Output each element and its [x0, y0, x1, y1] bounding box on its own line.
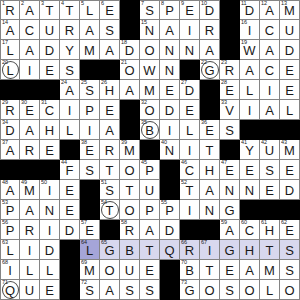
cell-r8c1[interactable]: 37A: [0, 140, 20, 160]
cell-letter: E: [220, 84, 239, 97]
crossword-board: 1R2A3T4T5L6E7S8P9E10D11D12A13M14ACURAS15…: [0, 0, 300, 300]
cell-r1c6[interactable]: 6E: [100, 0, 120, 20]
cell-letter: G: [100, 244, 119, 257]
cell-r9c5[interactable]: S: [80, 160, 100, 180]
cell-letter: V: [220, 104, 239, 117]
cell-letter: A: [200, 184, 219, 197]
cell-r4c2[interactable]: I: [20, 60, 40, 80]
cell-letter: A: [80, 24, 99, 37]
block-r5c1: [0, 80, 20, 100]
cell-letter: A: [240, 264, 259, 277]
cell-r15c13[interactable]: O: [240, 280, 260, 300]
cell-r3c10[interactable]: N: [180, 40, 200, 60]
block-r9c9: [160, 160, 180, 180]
cell-r15c11[interactable]: O: [200, 280, 220, 300]
cell-letter: E: [200, 124, 219, 137]
cell-r5c13[interactable]: L: [240, 80, 260, 100]
cell-r1c11[interactable]: 10D: [200, 0, 220, 20]
cell-r11c12[interactable]: G: [220, 200, 240, 220]
cell-r5c8[interactable]: M: [140, 80, 160, 100]
cell-r13c6[interactable]: 65G: [100, 240, 120, 260]
cell-letter: E: [80, 144, 99, 157]
cell-r3c8[interactable]: O: [140, 40, 160, 60]
cell-r5c15[interactable]: E: [280, 80, 300, 100]
cell-r3c6[interactable]: A: [100, 40, 120, 60]
cell-letter: E: [20, 104, 39, 117]
cell-r12c12[interactable]: 59A: [220, 220, 240, 240]
block-r2c7: [120, 20, 140, 40]
cell-r14c1[interactable]: 68I: [0, 260, 20, 280]
cell-letter: D: [160, 224, 179, 237]
cell-r2c5[interactable]: A: [80, 20, 100, 40]
cell-letter: A: [240, 64, 259, 77]
cell-letter: A: [260, 104, 279, 117]
cell-r11c2[interactable]: A: [20, 200, 40, 220]
cell-r13c7[interactable]: B: [120, 240, 140, 260]
cell-r2c10[interactable]: I: [180, 20, 200, 40]
cell-r9c13[interactable]: E: [240, 160, 260, 180]
cell-r8c2[interactable]: R: [20, 140, 40, 160]
cell-letter: E: [240, 164, 259, 177]
cell-letter: S: [220, 124, 239, 137]
cell-r13c10[interactable]: 66R: [180, 240, 200, 260]
cell-r10c7[interactable]: T: [120, 180, 140, 200]
cell-r13c9[interactable]: Q: [160, 240, 180, 260]
cell-r6c5[interactable]: P: [80, 100, 100, 120]
cell-r15c14[interactable]: L: [260, 280, 280, 300]
cell-letter: F: [60, 164, 79, 177]
cell-r15c6[interactable]: A: [100, 280, 120, 300]
cell-r1c2[interactable]: 2A: [20, 0, 40, 20]
block-r6c11: [200, 100, 220, 120]
cell-r13c3[interactable]: D: [40, 240, 60, 260]
cell-letter: M: [20, 184, 39, 197]
cell-letter: A: [140, 224, 159, 237]
cell-r2c6[interactable]: S: [100, 20, 120, 40]
cell-r3c13[interactable]: 19W: [240, 40, 260, 60]
cell-letter: T: [120, 184, 139, 197]
cell-r7c12[interactable]: S: [220, 120, 240, 140]
cell-letter: E: [40, 284, 59, 297]
cell-r10c12[interactable]: N: [220, 180, 240, 200]
cell-r3c15[interactable]: D: [280, 40, 300, 60]
cell-letter: S: [260, 164, 279, 177]
cell-letter: M: [80, 264, 99, 277]
cell-r10c13[interactable]: N: [240, 180, 260, 200]
cell-letter: R: [20, 144, 39, 157]
cell-letter: U: [280, 24, 299, 37]
cell-r12c2[interactable]: R: [20, 220, 40, 240]
cell-r7c2[interactable]: A: [20, 120, 40, 140]
cell-r12c14[interactable]: 61H: [260, 220, 280, 240]
cell-r1c4[interactable]: 4T: [60, 0, 80, 20]
cell-r11c3[interactable]: N: [40, 200, 60, 220]
cell-r15c2[interactable]: U: [20, 280, 40, 300]
cell-letter: A: [1, 24, 19, 37]
cell-r15c3[interactable]: E: [40, 280, 60, 300]
cell-letter: D: [200, 4, 219, 17]
cell-r7c3[interactable]: H: [40, 120, 60, 140]
cell-r5c9[interactable]: E: [160, 80, 180, 100]
cell-r15c7[interactable]: S: [120, 280, 140, 300]
cell-r14c13[interactable]: A: [240, 260, 260, 280]
cell-letter: S: [280, 244, 299, 257]
cell-r10c14[interactable]: E: [260, 180, 280, 200]
cell-letter: M: [80, 44, 99, 57]
cell-r4c3[interactable]: E: [40, 60, 60, 80]
cell-r10c8[interactable]: U: [140, 180, 160, 200]
cell-r3c14[interactable]: A: [260, 40, 280, 60]
cell-r2c8[interactable]: 15N: [140, 20, 160, 40]
cell-r10c6[interactable]: 51S: [100, 180, 120, 200]
cell-letter: B: [140, 124, 159, 137]
cell-r11c8[interactable]: P: [140, 200, 160, 220]
cell-letter: Q: [1, 284, 19, 297]
cell-r8c9[interactable]: 40N: [160, 140, 180, 160]
cell-letter: W: [240, 44, 259, 57]
cell-r6c4[interactable]: I: [60, 100, 80, 120]
cell-r12c9[interactable]: D: [160, 220, 180, 240]
cell-r15c10[interactable]: 73G: [180, 280, 200, 300]
cell-r13c1[interactable]: 63L: [0, 240, 20, 260]
cell-r6c2[interactable]: 30E: [20, 100, 40, 120]
cell-letter: T: [60, 4, 79, 17]
cell-letter: O: [120, 164, 139, 177]
cell-r10c1[interactable]: 48A: [0, 180, 20, 200]
cell-letter: M: [280, 144, 299, 157]
cell-r2c9[interactable]: A: [160, 20, 180, 40]
cell-letter: A: [100, 124, 119, 137]
cell-letter: T: [180, 184, 199, 197]
cell-letter: P: [1, 204, 19, 217]
cell-r3c4[interactable]: Y: [60, 40, 80, 60]
cell-r10c4[interactable]: E: [60, 180, 80, 200]
cell-r12c5[interactable]: 57E: [80, 220, 100, 240]
cell-r4c7[interactable]: 21O: [120, 60, 140, 80]
cell-r4c9[interactable]: N: [160, 60, 180, 80]
cell-letter: L: [240, 84, 259, 97]
cell-r8c3[interactable]: E: [40, 140, 60, 160]
cell-r13c5[interactable]: 64L: [80, 240, 100, 260]
cell-r1c3[interactable]: 3T: [40, 0, 60, 20]
cell-letter: A: [100, 284, 119, 297]
cell-r8c14[interactable]: 42U: [260, 140, 280, 160]
block-r14c9: [160, 260, 180, 280]
cell-r1c9[interactable]: 8P: [160, 0, 180, 20]
cell-r14c10[interactable]: 70B: [180, 260, 200, 280]
cell-r1c10[interactable]: 9E: [180, 0, 200, 20]
cell-r9c6[interactable]: T: [100, 160, 120, 180]
cell-r4c11[interactable]: 22G: [200, 60, 220, 80]
cell-letter: I: [240, 24, 259, 37]
cell-r12c7[interactable]: 58R: [120, 220, 140, 240]
cell-r2c15[interactable]: U: [280, 20, 300, 40]
cell-r5c12[interactable]: 28E: [220, 80, 240, 100]
cell-letter: N: [160, 144, 179, 157]
cell-r11c10[interactable]: I: [180, 200, 200, 220]
cell-r8c6[interactable]: R: [100, 140, 120, 160]
cell-r11c11[interactable]: N: [200, 200, 220, 220]
cell-letter: L: [280, 104, 299, 117]
cell-r4c14[interactable]: C: [260, 60, 280, 80]
cell-r6c14[interactable]: A: [260, 100, 280, 120]
cell-letter: D: [180, 84, 199, 97]
cell-letter: D: [280, 184, 299, 197]
cell-r4c12[interactable]: 23R: [220, 60, 240, 80]
cell-r14c8[interactable]: E: [140, 260, 160, 280]
cell-r15c12[interactable]: S: [220, 280, 240, 300]
cell-r1c8[interactable]: 7S: [140, 0, 160, 20]
cell-r4c15[interactable]: E: [280, 60, 300, 80]
block-r7c14: [260, 120, 280, 140]
cell-r8c10[interactable]: I: [180, 140, 200, 160]
cell-letter: N: [220, 184, 239, 197]
cell-r14c11[interactable]: T: [200, 260, 220, 280]
cell-letter: S: [280, 264, 299, 277]
cell-r8c13[interactable]: 41Y: [240, 140, 260, 160]
cell-r12c15[interactable]: 62E: [280, 220, 300, 240]
cell-r2c1[interactable]: 14A: [0, 20, 20, 40]
cell-r9c15[interactable]: E: [280, 160, 300, 180]
cell-r6c12[interactable]: 33V: [220, 100, 240, 120]
cell-letter: I: [180, 24, 199, 37]
cell-letter: R: [100, 144, 119, 157]
cell-r2c14[interactable]: C: [260, 20, 280, 40]
cell-letter: Y: [240, 144, 259, 157]
cell-letter: M: [280, 4, 299, 17]
cell-letter: R: [200, 24, 219, 37]
cell-r14c14[interactable]: M: [260, 260, 280, 280]
cell-r2c13[interactable]: 16I: [240, 20, 260, 40]
cell-r2c11[interactable]: R: [200, 20, 220, 40]
cell-letter: R: [20, 224, 39, 237]
cell-r8c5[interactable]: 38E: [80, 140, 100, 160]
cell-letter: H: [260, 224, 279, 237]
cell-letter: U: [20, 284, 39, 297]
cell-r12c8[interactable]: A: [140, 220, 160, 240]
cell-r3c5[interactable]: M: [80, 40, 100, 60]
cell-r4c13[interactable]: A: [240, 60, 260, 80]
cell-r9c11[interactable]: H: [200, 160, 220, 180]
cell-r7c4[interactable]: L: [60, 120, 80, 140]
cell-r6c9[interactable]: D: [160, 100, 180, 120]
cell-r15c1[interactable]: 71Q: [0, 280, 20, 300]
cell-r1c14[interactable]: 12A: [260, 0, 280, 20]
cell-r1c13[interactable]: 11D: [240, 0, 260, 20]
cell-r9c10[interactable]: 46C: [180, 160, 200, 180]
cell-r8c11[interactable]: T: [200, 140, 220, 160]
cell-letter: A: [1, 144, 19, 157]
cell-r7c1[interactable]: 34D: [0, 120, 20, 140]
cell-r14c15[interactable]: S: [280, 260, 300, 280]
cell-r12c3[interactable]: I: [40, 220, 60, 240]
block-r15c4: [60, 280, 80, 300]
cell-letter: S: [220, 284, 239, 297]
cell-r2c4[interactable]: R: [60, 20, 80, 40]
cell-letter: I: [180, 144, 199, 157]
block-r15c9: [160, 280, 180, 300]
cell-r9c4[interactable]: 44F: [60, 160, 80, 180]
cell-r15c8[interactable]: S: [140, 280, 160, 300]
cell-r3c9[interactable]: N: [160, 40, 180, 60]
cell-letter: O: [140, 104, 159, 117]
cell-letter: E: [80, 224, 99, 237]
cell-r1c1[interactable]: 1R: [0, 0, 20, 20]
cell-letter: P: [1, 224, 19, 237]
cell-letter: O: [120, 64, 139, 77]
cell-r7c11[interactable]: 36E: [200, 120, 220, 140]
cell-r14c3[interactable]: L: [40, 260, 60, 280]
cell-r4c1[interactable]: 20L: [0, 60, 20, 80]
cell-r9c12[interactable]: 47E: [220, 160, 240, 180]
cell-letter: A: [160, 24, 179, 37]
cell-r12c13[interactable]: 60C: [240, 220, 260, 240]
cell-r15c5[interactable]: 72S: [80, 280, 100, 300]
cell-r11c1[interactable]: 53P: [0, 200, 20, 220]
cell-r7c8[interactable]: 35B: [140, 120, 160, 140]
cell-r3c1[interactable]: 17L: [0, 40, 20, 60]
cell-r2c2[interactable]: C: [20, 20, 40, 40]
cell-r13c13[interactable]: H: [240, 240, 260, 260]
cell-letter: E: [140, 264, 159, 277]
cell-letter: D: [240, 4, 259, 17]
cell-r5c10[interactable]: 27D: [180, 80, 200, 100]
cell-letter: E: [280, 164, 299, 177]
cell-r12c1[interactable]: 56P: [0, 220, 20, 240]
cell-letter: P: [140, 164, 159, 177]
cell-r8c15[interactable]: 43M: [280, 140, 300, 160]
cell-r5c7[interactable]: A: [120, 80, 140, 100]
cell-r10c2[interactable]: 49M: [20, 180, 40, 200]
cell-letter: W: [140, 64, 159, 77]
cell-letter: O: [140, 44, 159, 57]
block-r4c10: [180, 60, 200, 80]
cell-r6c6[interactable]: E: [100, 100, 120, 120]
cell-letter: S: [80, 84, 99, 97]
cell-letter: S: [100, 24, 119, 37]
cell-r1c5[interactable]: 5L: [80, 0, 100, 20]
cell-r15c15[interactable]: O: [280, 280, 300, 300]
cell-r14c5[interactable]: 69M: [80, 260, 100, 280]
cell-letter: U: [140, 184, 159, 197]
cell-r10c10[interactable]: 52T: [180, 180, 200, 200]
cell-r6c3[interactable]: 31C: [40, 100, 60, 120]
cell-letter: G: [180, 284, 199, 297]
cell-r5c14[interactable]: I: [260, 80, 280, 100]
cell-letter: L: [80, 244, 99, 257]
cell-r7c10[interactable]: L: [180, 120, 200, 140]
cell-letter: R: [220, 64, 239, 77]
block-r2c12: [220, 20, 240, 40]
cell-r5c4[interactable]: 24A: [60, 80, 80, 100]
cell-r7c9[interactable]: I: [160, 120, 180, 140]
cell-r12c4[interactable]: D: [60, 220, 80, 240]
cell-r8c7[interactable]: 39M: [120, 140, 140, 160]
cell-letter: E: [60, 204, 79, 217]
cell-letter: I: [260, 84, 279, 97]
cell-r13c14[interactable]: T: [260, 240, 280, 260]
cell-letter: O: [200, 284, 219, 297]
cell-letter: R: [1, 4, 19, 17]
cell-r13c2[interactable]: I: [20, 240, 40, 260]
cell-letter: S: [60, 64, 79, 77]
cell-r6c1[interactable]: 29R: [0, 100, 20, 120]
cell-r3c2[interactable]: A: [20, 40, 40, 60]
cell-r2c3[interactable]: U: [40, 20, 60, 40]
cell-r3c3[interactable]: D: [40, 40, 60, 60]
block-r11c14: [260, 200, 280, 220]
cell-r9c8[interactable]: 45P: [140, 160, 160, 180]
cell-r5c6[interactable]: 26H: [100, 80, 120, 100]
cell-r3c11[interactable]: A: [200, 40, 220, 60]
cell-r11c9[interactable]: 55P: [160, 200, 180, 220]
cell-r6c15[interactable]: L: [280, 100, 300, 120]
cell-letter: D: [160, 104, 179, 117]
cell-r7c6[interactable]: A: [100, 120, 120, 140]
cell-letter: L: [180, 124, 199, 137]
cell-letter: I: [160, 124, 179, 137]
cell-letter: A: [120, 84, 139, 97]
cell-letter: N: [160, 64, 179, 77]
cell-r10c11[interactable]: A: [200, 180, 220, 200]
cell-r6c8[interactable]: 32O: [140, 100, 160, 120]
cell-r13c8[interactable]: T: [140, 240, 160, 260]
block-r9c3: [40, 160, 60, 180]
cell-r13c15[interactable]: S: [280, 240, 300, 260]
cell-r14c2[interactable]: L: [20, 260, 40, 280]
cell-r14c7[interactable]: U: [120, 260, 140, 280]
cell-letter: I: [20, 64, 39, 77]
cell-letter: I: [60, 104, 79, 117]
cell-letter: N: [160, 44, 179, 57]
cell-r7c5[interactable]: I: [80, 120, 100, 140]
block-r11c13: [240, 200, 260, 220]
cell-letter: N: [180, 44, 199, 57]
cell-letter: E: [280, 224, 299, 237]
cell-r11c7[interactable]: O: [120, 200, 140, 220]
cell-r11c6[interactable]: 54T: [100, 200, 120, 220]
cell-r3c7[interactable]: 18D: [120, 40, 140, 60]
cell-letter: I: [180, 204, 199, 217]
cell-r4c4[interactable]: S: [60, 60, 80, 80]
cell-r10c15[interactable]: D: [280, 180, 300, 200]
block-r5c2: [20, 80, 40, 100]
cell-letter: E: [280, 84, 299, 97]
cell-letter: D: [280, 44, 299, 57]
block-r10c5: [80, 180, 100, 200]
cell-r1c15[interactable]: 13M: [280, 0, 300, 20]
cell-letter: N: [200, 204, 219, 217]
cell-r9c14[interactable]: S: [260, 160, 280, 180]
cell-letter: B: [120, 244, 139, 257]
cell-r14c12[interactable]: E: [220, 260, 240, 280]
cell-r6c13[interactable]: I: [240, 100, 260, 120]
cell-r13c11[interactable]: 67I: [200, 240, 220, 260]
cell-r4c8[interactable]: W: [140, 60, 160, 80]
cell-r9c7[interactable]: O: [120, 160, 140, 180]
cell-letter: G: [220, 244, 239, 257]
cell-letter: I: [80, 124, 99, 137]
cell-r5c5[interactable]: 25S: [80, 80, 100, 100]
cell-letter: A: [100, 44, 119, 57]
cell-letter: E: [260, 184, 279, 197]
cell-r14c6[interactable]: O: [100, 260, 120, 280]
cell-r6c10[interactable]: E: [180, 100, 200, 120]
cell-r11c4[interactable]: E: [60, 200, 80, 220]
cell-r13c12[interactable]: G: [220, 240, 240, 260]
block-r9c2: [20, 160, 40, 180]
cell-r10c3[interactable]: 50I: [40, 180, 60, 200]
